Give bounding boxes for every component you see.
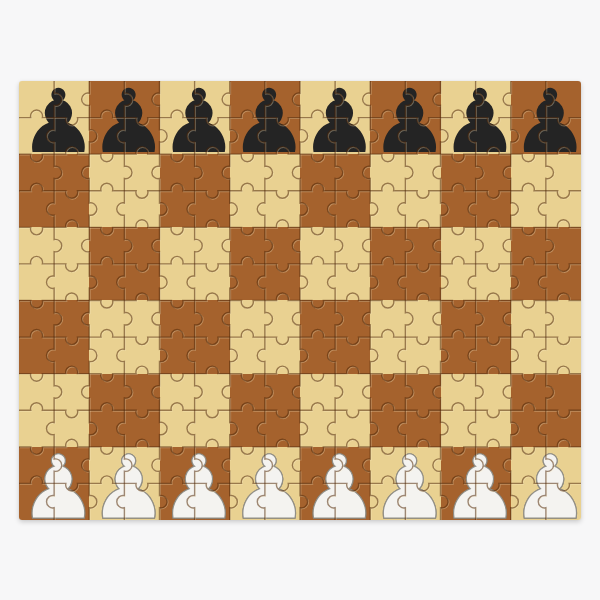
dark-square: ♟ — [230, 81, 300, 154]
light-square: ♟ — [370, 447, 440, 520]
dark-square — [89, 227, 159, 300]
dark-square: ♟ — [19, 447, 89, 520]
dark-square — [370, 227, 440, 300]
light-square: ♟ — [19, 81, 89, 154]
white-pawn: ♟ — [511, 457, 581, 519]
dark-square — [160, 154, 230, 227]
dark-square: ♟ — [441, 447, 511, 520]
white-pawn: ♟ — [19, 457, 89, 519]
product-page-background: { "game": "chess", "subject": "jigsaw pu… — [0, 0, 600, 600]
light-square — [511, 154, 581, 227]
dark-square — [230, 227, 300, 300]
white-pawn: ♟ — [370, 457, 440, 519]
dark-square — [300, 300, 370, 373]
light-square: ♟ — [441, 81, 511, 154]
dark-square — [441, 154, 511, 227]
light-square — [160, 227, 230, 300]
dark-square — [160, 300, 230, 373]
light-square: ♟ — [230, 447, 300, 520]
dark-square: ♟ — [370, 81, 440, 154]
white-pawn: ♟ — [230, 457, 300, 519]
dark-square: ♟ — [89, 81, 159, 154]
black-pawn: ♟ — [441, 91, 511, 153]
black-pawn: ♟ — [230, 91, 300, 153]
jigsaw-puzzle: ♟♟♟♟♟♟♟♟♟♟♟♟♟♟♟♟ — [19, 81, 581, 520]
black-pawn: ♟ — [19, 91, 89, 153]
black-pawn: ♟ — [89, 91, 159, 153]
white-pawn: ♟ — [300, 457, 370, 519]
black-pawn: ♟ — [511, 91, 581, 153]
light-square: ♟ — [300, 81, 370, 154]
light-square — [230, 300, 300, 373]
white-pawn: ♟ — [89, 457, 159, 519]
light-square — [441, 227, 511, 300]
light-square: ♟ — [511, 447, 581, 520]
light-square: ♟ — [160, 81, 230, 154]
light-square — [89, 300, 159, 373]
light-square — [370, 300, 440, 373]
light-square: ♟ — [89, 447, 159, 520]
dark-square — [300, 154, 370, 227]
light-square — [19, 227, 89, 300]
dark-square — [441, 300, 511, 373]
black-pawn: ♟ — [160, 91, 230, 153]
light-square — [370, 154, 440, 227]
dark-square: ♟ — [511, 81, 581, 154]
dark-square — [19, 300, 89, 373]
white-pawn: ♟ — [441, 457, 511, 519]
dark-square — [19, 154, 89, 227]
white-pawn: ♟ — [160, 457, 230, 519]
dark-square: ♟ — [300, 447, 370, 520]
light-square — [300, 227, 370, 300]
light-square — [511, 300, 581, 373]
chessboard: ♟♟♟♟♟♟♟♟♟♟♟♟♟♟♟♟ — [19, 81, 581, 520]
light-square — [89, 154, 159, 227]
black-pawn: ♟ — [300, 91, 370, 153]
dark-square — [511, 227, 581, 300]
black-pawn: ♟ — [370, 91, 440, 153]
dark-square: ♟ — [160, 447, 230, 520]
light-square — [230, 154, 300, 227]
